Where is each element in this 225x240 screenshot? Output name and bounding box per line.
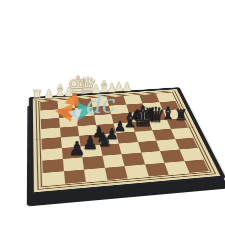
- chess-piece-black-p: ♟: [68, 139, 85, 158]
- chess-piece-black-r: ♜: [174, 108, 187, 123]
- chess-piece-white-p: ♟: [122, 81, 133, 93]
- chess-piece-white-r: ♜: [31, 88, 43, 101]
- chess-piece-black-k: ♚: [130, 103, 155, 131]
- product-photo-stage: dc ♜♟♝♟♚♛♟♝♟♟♟♟♜♛♝♜♟♝♚♟♟♞♟♟: [0, 0, 225, 240]
- pieces-layer: ♜♟♝♟♚♛♟♝♟♟♟♟♜♛♝♜♟♝♚♟♟♞♟♟: [0, 0, 225, 240]
